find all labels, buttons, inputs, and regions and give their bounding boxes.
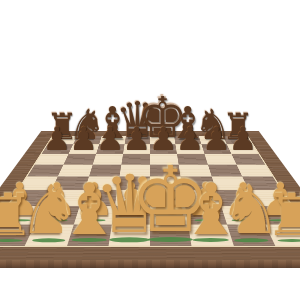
piece-white-rook-h1[interactable]: ♜ — [266, 188, 300, 243]
black-pawn-icon: ♟ — [229, 123, 258, 153]
black-pawn-icon: ♟ — [69, 123, 98, 153]
piece-black-pawn-a7[interactable]: ♟ — [43, 123, 72, 153]
board-front-edge — [0, 260, 300, 268]
chess-set-photo: ♜♞♝♛♚♝♞♜♟♟♟♟♟♟♟♟♟♟♟♟♟♟♟♟♜♞♝♛♚♝♞♜ — [0, 0, 300, 300]
white-rook-icon: ♜ — [266, 188, 300, 243]
piece-black-pawn-c7[interactable]: ♟ — [96, 123, 125, 153]
piece-black-pawn-b7[interactable]: ♟ — [69, 123, 98, 153]
base-felt — [235, 239, 269, 243]
black-pawn-icon: ♟ — [43, 123, 72, 153]
black-pawn-icon: ♟ — [96, 123, 125, 153]
piece-black-pawn-h7[interactable]: ♟ — [229, 123, 258, 153]
